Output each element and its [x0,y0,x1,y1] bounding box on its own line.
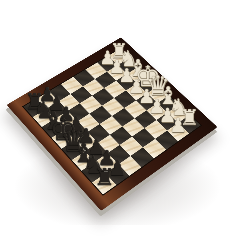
chess-board-frame [7,37,218,211]
board-grid [22,48,202,196]
scene [0,0,240,240]
chess-set-photo: ♜♞♝♛♚♝♞♜♟♟♟♟♟♟♟♟♟♟♟♟♟♟♟♟♜♞♝♛♚♝♞♜ [0,0,240,240]
